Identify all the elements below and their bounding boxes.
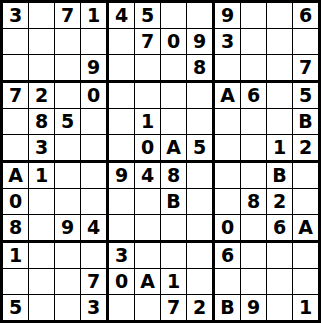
cell-r11c9[interactable]: [215, 269, 241, 295]
cell-r10c9[interactable]: 6: [215, 243, 241, 269]
cell-r1c12[interactable]: 6: [293, 3, 318, 29]
cell-r9c7[interactable]: [161, 215, 187, 243]
cell-r12c5[interactable]: [109, 295, 135, 320]
cell-r2c11[interactable]: [267, 29, 293, 55]
cell-r4c4[interactable]: 0: [81, 83, 109, 109]
cell-r9c3[interactable]: 9: [55, 215, 81, 243]
cell-r12c3[interactable]: [55, 295, 81, 320]
cell-r6c9[interactable]: [215, 135, 241, 163]
cell-r5c9[interactable]: [215, 109, 241, 135]
cell-r8c10[interactable]: 8: [241, 189, 267, 215]
cell-r4c6[interactable]: [135, 83, 161, 109]
cell-r6c1[interactable]: [3, 135, 29, 163]
cell-r7c6[interactable]: 4: [135, 163, 161, 189]
cell-r1c7[interactable]: [161, 3, 187, 29]
cell-r11c4[interactable]: 7: [81, 269, 109, 295]
cell-r8c3[interactable]: [55, 189, 81, 215]
cell-r11c1[interactable]: [3, 269, 29, 295]
cell-r8c1[interactable]: 0: [3, 189, 29, 215]
cell-r4c11[interactable]: [267, 83, 293, 109]
sudoku-board: 37145967093987720A65851B30A512A1948B0B82…: [0, 0, 321, 323]
cell-r1c3[interactable]: 7: [55, 3, 81, 29]
cell-r10c1[interactable]: 1: [3, 243, 29, 269]
cell-r9c4[interactable]: 4: [81, 215, 109, 243]
cell-r5c4[interactable]: [81, 109, 109, 135]
cell-r7c2[interactable]: 1: [29, 163, 55, 189]
cell-r12c6[interactable]: [135, 295, 161, 320]
cell-r6c3[interactable]: [55, 135, 81, 163]
cell-r6c10[interactable]: [241, 135, 267, 163]
cell-r9c6[interactable]: [135, 215, 161, 243]
cell-r8c9[interactable]: [215, 189, 241, 215]
cell-r5c10[interactable]: [241, 109, 267, 135]
cell-r10c8[interactable]: [187, 243, 215, 269]
cell-r2c12[interactable]: [293, 29, 318, 55]
cell-r10c10[interactable]: [241, 243, 267, 269]
cell-r12c2[interactable]: [29, 295, 55, 320]
cell-r11c6[interactable]: A: [135, 269, 161, 295]
cell-r6c11[interactable]: 1: [267, 135, 293, 163]
cell-r2c10[interactable]: [241, 29, 267, 55]
cell-r8c5[interactable]: [109, 189, 135, 215]
cell-r11c10[interactable]: [241, 269, 267, 295]
cell-r1c4[interactable]: 1: [81, 3, 109, 29]
cell-r7c4[interactable]: [81, 163, 109, 189]
cell-r12c1[interactable]: 5: [3, 295, 29, 320]
cell-r12c7[interactable]: 7: [161, 295, 187, 320]
cell-r4c7[interactable]: [161, 83, 187, 109]
cell-r9c9[interactable]: 0: [215, 215, 241, 243]
cell-r11c3[interactable]: [55, 269, 81, 295]
cell-r10c7[interactable]: [161, 243, 187, 269]
cell-r4c1[interactable]: 7: [3, 83, 29, 109]
cell-r5c8[interactable]: [187, 109, 215, 135]
cell-r1c2[interactable]: [29, 3, 55, 29]
cell-r3c9[interactable]: [215, 55, 241, 83]
cell-r3c11[interactable]: [267, 55, 293, 83]
cell-r2c3[interactable]: [55, 29, 81, 55]
cell-r6c8[interactable]: 5: [187, 135, 215, 163]
cell-r7c12[interactable]: [293, 163, 318, 189]
cell-r10c2[interactable]: [29, 243, 55, 269]
cell-r11c12[interactable]: [293, 269, 318, 295]
cell-r2c8[interactable]: 9: [187, 29, 215, 55]
cell-r7c11[interactable]: B: [267, 163, 293, 189]
cell-r2c1[interactable]: [3, 29, 29, 55]
cell-r2c6[interactable]: 7: [135, 29, 161, 55]
cell-r7c1[interactable]: A: [3, 163, 29, 189]
cell-r9c1[interactable]: 8: [3, 215, 29, 243]
cell-r5c11[interactable]: [267, 109, 293, 135]
cell-r6c5[interactable]: [109, 135, 135, 163]
cell-r11c5[interactable]: 0: [109, 269, 135, 295]
cell-r6c4[interactable]: [81, 135, 109, 163]
cell-r8c4[interactable]: [81, 189, 109, 215]
cell-r4c5[interactable]: [109, 83, 135, 109]
cell-r5c5[interactable]: [109, 109, 135, 135]
cell-r3c6[interactable]: [135, 55, 161, 83]
cell-r11c8[interactable]: [187, 269, 215, 295]
cell-r3c2[interactable]: [29, 55, 55, 83]
cell-r2c4[interactable]: [81, 29, 109, 55]
cell-r9c12[interactable]: A: [293, 215, 318, 243]
cell-r6c2[interactable]: 3: [29, 135, 55, 163]
cell-r12c9[interactable]: B: [215, 295, 241, 320]
cell-r3c5[interactable]: [109, 55, 135, 83]
cell-r1c1[interactable]: 3: [3, 3, 29, 29]
cell-r10c6[interactable]: [135, 243, 161, 269]
cell-r2c2[interactable]: [29, 29, 55, 55]
cell-r1c10[interactable]: [241, 3, 267, 29]
cell-r10c4[interactable]: [81, 243, 109, 269]
cell-r11c11[interactable]: [267, 269, 293, 295]
cell-r5c7[interactable]: [161, 109, 187, 135]
cell-r8c12[interactable]: [293, 189, 318, 215]
cell-r12c10[interactable]: 9: [241, 295, 267, 320]
cell-r8c6[interactable]: [135, 189, 161, 215]
cell-r3c8[interactable]: 8: [187, 55, 215, 83]
cell-r1c8[interactable]: [187, 3, 215, 29]
cell-r8c11[interactable]: 2: [267, 189, 293, 215]
cell-r3c3[interactable]: [55, 55, 81, 83]
cell-r4c10[interactable]: 6: [241, 83, 267, 109]
cell-r7c5[interactable]: 9: [109, 163, 135, 189]
cell-r9c8[interactable]: [187, 215, 215, 243]
cell-r11c7[interactable]: 1: [161, 269, 187, 295]
cell-r10c11[interactable]: [267, 243, 293, 269]
cell-r3c10[interactable]: [241, 55, 267, 83]
cell-r3c7[interactable]: [161, 55, 187, 83]
cell-r8c8[interactable]: [187, 189, 215, 215]
cell-r1c5[interactable]: 4: [109, 3, 135, 29]
cell-r4c9[interactable]: A: [215, 83, 241, 109]
cell-r5c2[interactable]: 8: [29, 109, 55, 135]
cell-r10c12[interactable]: [293, 243, 318, 269]
cell-r9c2[interactable]: [29, 215, 55, 243]
cell-r10c3[interactable]: [55, 243, 81, 269]
cell-r11c2[interactable]: [29, 269, 55, 295]
cell-r10c5[interactable]: 3: [109, 243, 135, 269]
cell-r2c9[interactable]: 3: [215, 29, 241, 55]
cell-r1c11[interactable]: [267, 3, 293, 29]
cell-r7c8[interactable]: [187, 163, 215, 189]
cell-r7c9[interactable]: [215, 163, 241, 189]
cell-r5c1[interactable]: [3, 109, 29, 135]
cell-r12c12[interactable]: 1: [293, 295, 318, 320]
cell-r12c11[interactable]: [267, 295, 293, 320]
cell-r9c5[interactable]: [109, 215, 135, 243]
cell-r3c1[interactable]: [3, 55, 29, 83]
cell-r4c3[interactable]: [55, 83, 81, 109]
cell-r5c12[interactable]: B: [293, 109, 318, 135]
cell-r5c3[interactable]: 5: [55, 109, 81, 135]
cell-r7c10[interactable]: [241, 163, 267, 189]
cell-r1c6[interactable]: 5: [135, 3, 161, 29]
cell-r12c4[interactable]: 3: [81, 295, 109, 320]
cell-r9c10[interactable]: [241, 215, 267, 243]
cell-r12c8[interactable]: 2: [187, 295, 215, 320]
cell-r3c12[interactable]: 7: [293, 55, 318, 83]
cell-r4c2[interactable]: 2: [29, 83, 55, 109]
cell-r1c9[interactable]: 9: [215, 3, 241, 29]
cell-r4c12[interactable]: 5: [293, 83, 318, 109]
cell-r8c7[interactable]: B: [161, 189, 187, 215]
cell-r7c7[interactable]: 8: [161, 163, 187, 189]
cell-r6c7[interactable]: A: [161, 135, 187, 163]
cell-r2c7[interactable]: 0: [161, 29, 187, 55]
cell-r9c11[interactable]: 6: [267, 215, 293, 243]
cell-r7c3[interactable]: [55, 163, 81, 189]
cell-r8c2[interactable]: [29, 189, 55, 215]
cell-r4c8[interactable]: [187, 83, 215, 109]
cell-r6c12[interactable]: 2: [293, 135, 318, 163]
cell-r3c4[interactable]: 9: [81, 55, 109, 83]
cell-r6c6[interactable]: 0: [135, 135, 161, 163]
cell-r2c5[interactable]: [109, 29, 135, 55]
cell-r5c6[interactable]: 1: [135, 109, 161, 135]
